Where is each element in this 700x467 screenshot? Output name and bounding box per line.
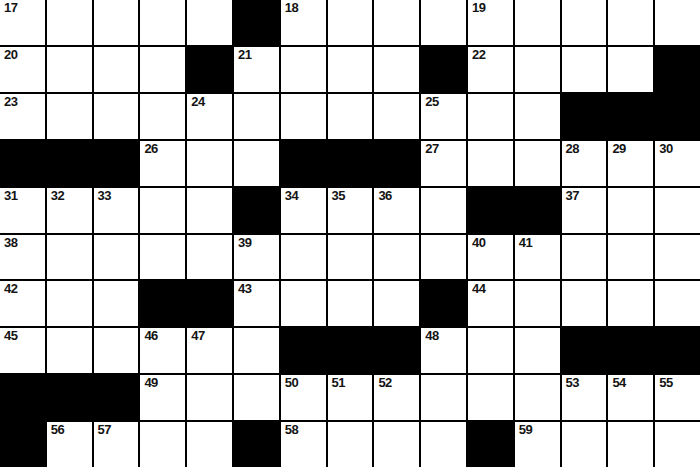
- cell-r8c10[interactable]: [468, 375, 513, 420]
- black-cell-r9c10: [468, 422, 513, 467]
- clue-number-49: 49: [144, 376, 157, 390]
- cell-r1c8[interactable]: [374, 47, 419, 92]
- clue-number-36: 36: [378, 189, 391, 203]
- cell-r9c9[interactable]: [421, 422, 466, 467]
- cell-r1c13[interactable]: [608, 47, 653, 92]
- cell-r4c7[interactable]: 35: [328, 188, 373, 233]
- clue-number-17: 17: [4, 1, 17, 15]
- black-cell-r1c9: [421, 47, 466, 92]
- clue-number-26: 26: [144, 142, 157, 156]
- cell-r2c8[interactable]: [374, 94, 419, 139]
- cell-r7c0[interactable]: 45: [0, 328, 45, 373]
- clue-number-48: 48: [425, 329, 438, 343]
- black-cell-r3c1: [47, 141, 92, 186]
- cell-r9c2[interactable]: 57: [94, 422, 139, 467]
- crossword-grid: 1718192021222324252627282930313233343536…: [0, 0, 700, 467]
- cell-r3c11[interactable]: [515, 141, 560, 186]
- cell-r5c2[interactable]: [94, 235, 139, 280]
- cell-r9c7[interactable]: [328, 422, 373, 467]
- cell-r7c11[interactable]: [515, 328, 560, 373]
- cell-r8c14[interactable]: 55: [655, 375, 700, 420]
- cell-r5c3[interactable]: [140, 235, 185, 280]
- cell-r3c14[interactable]: 30: [655, 141, 700, 186]
- clue-number-58: 58: [285, 423, 298, 437]
- cell-r8c7[interactable]: 51: [328, 375, 373, 420]
- cell-r8c9[interactable]: [421, 375, 466, 420]
- clue-number-44: 44: [472, 282, 485, 296]
- clue-number-37: 37: [566, 189, 579, 203]
- cell-r1c1[interactable]: [47, 47, 92, 92]
- black-cell-r3c2: [94, 141, 139, 186]
- cell-r9c1[interactable]: 56: [47, 422, 92, 467]
- cell-r6c11[interactable]: [515, 281, 560, 326]
- cell-r6c14[interactable]: [655, 281, 700, 326]
- cell-r0c0[interactable]: 17: [0, 0, 45, 45]
- cell-r9c8[interactable]: [374, 422, 419, 467]
- clue-number-31: 31: [4, 189, 17, 203]
- cell-r4c2[interactable]: 33: [94, 188, 139, 233]
- cell-r3c3[interactable]: 26: [140, 141, 185, 186]
- cell-r8c13[interactable]: 54: [608, 375, 653, 420]
- black-cell-r4c10: [468, 188, 513, 233]
- clue-number-29: 29: [612, 142, 625, 156]
- cell-r0c10[interactable]: 19: [468, 0, 513, 45]
- clue-number-40: 40: [472, 236, 485, 250]
- cell-r1c12[interactable]: [562, 47, 607, 92]
- cell-r0c14[interactable]: [655, 0, 700, 45]
- clue-number-20: 20: [4, 48, 17, 62]
- cell-r2c3[interactable]: [140, 94, 185, 139]
- cell-r5c7[interactable]: [328, 235, 373, 280]
- cell-r7c9[interactable]: 48: [421, 328, 466, 373]
- clue-number-55: 55: [659, 376, 672, 390]
- black-cell-r4c11: [515, 188, 560, 233]
- clue-number-53: 53: [566, 376, 579, 390]
- cell-r0c2[interactable]: [94, 0, 139, 45]
- cell-r4c4[interactable]: [187, 188, 232, 233]
- cell-r1c10[interactable]: 22: [468, 47, 513, 92]
- cell-r2c10[interactable]: [468, 94, 513, 139]
- cell-r7c5[interactable]: [234, 328, 279, 373]
- cell-r5c14[interactable]: [655, 235, 700, 280]
- cell-r7c3[interactable]: 46: [140, 328, 185, 373]
- clue-number-19: 19: [472, 1, 485, 15]
- cell-r4c9[interactable]: [421, 188, 466, 233]
- cell-r9c4[interactable]: [187, 422, 232, 467]
- clue-number-30: 30: [659, 142, 672, 156]
- clue-number-38: 38: [4, 236, 17, 250]
- cell-r9c12[interactable]: [562, 422, 607, 467]
- black-cell-r3c0: [0, 141, 45, 186]
- clue-number-28: 28: [566, 142, 579, 156]
- cell-r1c3[interactable]: [140, 47, 185, 92]
- cell-r6c13[interactable]: [608, 281, 653, 326]
- cell-r4c14[interactable]: [655, 188, 700, 233]
- clue-number-54: 54: [612, 376, 625, 390]
- cell-r2c4[interactable]: 24: [187, 94, 232, 139]
- cell-r5c13[interactable]: [608, 235, 653, 280]
- black-cell-r8c2: [94, 375, 139, 420]
- cell-r3c10[interactable]: [468, 141, 513, 186]
- cell-r5c9[interactable]: [421, 235, 466, 280]
- clue-number-52: 52: [378, 376, 391, 390]
- clue-number-57: 57: [98, 423, 111, 437]
- cell-r1c5[interactable]: 21: [234, 47, 279, 92]
- cell-r2c2[interactable]: [94, 94, 139, 139]
- black-cell-r7c12: [562, 328, 607, 373]
- cell-r2c11[interactable]: [515, 94, 560, 139]
- cell-r6c6[interactable]: [281, 281, 326, 326]
- cell-r3c13[interactable]: 29: [608, 141, 653, 186]
- cell-r3c9[interactable]: 27: [421, 141, 466, 186]
- black-cell-r7c8: [374, 328, 419, 373]
- clue-number-34: 34: [285, 189, 298, 203]
- black-cell-r2c13: [608, 94, 653, 139]
- clue-number-59: 59: [519, 423, 532, 437]
- clue-number-39: 39: [238, 236, 251, 250]
- black-cell-r8c1: [47, 375, 92, 420]
- clue-number-41: 41: [519, 236, 532, 250]
- cell-r7c4[interactable]: 47: [187, 328, 232, 373]
- cell-r2c5[interactable]: [234, 94, 279, 139]
- cell-r4c8[interactable]: 36: [374, 188, 419, 233]
- cell-r0c7[interactable]: [328, 0, 373, 45]
- cell-r5c1[interactable]: [47, 235, 92, 280]
- clue-number-50: 50: [285, 376, 298, 390]
- cell-r8c6[interactable]: 50: [281, 375, 326, 420]
- clue-number-23: 23: [4, 95, 17, 109]
- cell-r8c3[interactable]: 49: [140, 375, 185, 420]
- clue-number-35: 35: [332, 189, 345, 203]
- black-cell-r3c7: [328, 141, 373, 186]
- black-cell-r8c0: [0, 375, 45, 420]
- cell-r2c0[interactable]: 23: [0, 94, 45, 139]
- black-cell-r6c4: [187, 281, 232, 326]
- cell-r3c12[interactable]: 28: [562, 141, 607, 186]
- black-cell-r9c0: [0, 422, 45, 467]
- cell-r4c3[interactable]: [140, 188, 185, 233]
- cell-r4c6[interactable]: 34: [281, 188, 326, 233]
- cell-r2c7[interactable]: [328, 94, 373, 139]
- cell-r4c1[interactable]: 32: [47, 188, 92, 233]
- cell-r3c5[interactable]: [234, 141, 279, 186]
- cell-r2c9[interactable]: 25: [421, 94, 466, 139]
- clue-number-21: 21: [238, 48, 251, 62]
- black-cell-r1c14: [655, 47, 700, 92]
- cell-r9c3[interactable]: [140, 422, 185, 467]
- black-cell-r6c3: [140, 281, 185, 326]
- clue-number-25: 25: [425, 95, 438, 109]
- cell-r1c2[interactable]: [94, 47, 139, 92]
- cell-r8c4[interactable]: [187, 375, 232, 420]
- clue-number-56: 56: [51, 423, 64, 437]
- cell-r8c8[interactable]: 52: [374, 375, 419, 420]
- black-cell-r1c4: [187, 47, 232, 92]
- cell-r4c0[interactable]: 31: [0, 188, 45, 233]
- cell-r6c12[interactable]: [562, 281, 607, 326]
- cell-r0c12[interactable]: [562, 0, 607, 45]
- cell-r2c6[interactable]: [281, 94, 326, 139]
- cell-r8c5[interactable]: [234, 375, 279, 420]
- cell-r8c12[interactable]: 53: [562, 375, 607, 420]
- cell-r1c11[interactable]: [515, 47, 560, 92]
- black-cell-r3c6: [281, 141, 326, 186]
- cell-r1c6[interactable]: [281, 47, 326, 92]
- cell-r9c6[interactable]: 58: [281, 422, 326, 467]
- clue-number-51: 51: [332, 376, 345, 390]
- cell-r6c2[interactable]: [94, 281, 139, 326]
- cell-r5c11[interactable]: 41: [515, 235, 560, 280]
- black-cell-r9c5: [234, 422, 279, 467]
- black-cell-r7c13: [608, 328, 653, 373]
- clue-number-43: 43: [238, 282, 251, 296]
- cell-r0c6[interactable]: 18: [281, 0, 326, 45]
- cell-r5c6[interactable]: [281, 235, 326, 280]
- cell-r5c8[interactable]: [374, 235, 419, 280]
- cell-r7c2[interactable]: [94, 328, 139, 373]
- black-cell-r0c5: [234, 0, 279, 45]
- cell-r5c12[interactable]: [562, 235, 607, 280]
- clue-number-32: 32: [51, 189, 64, 203]
- clue-number-45: 45: [4, 329, 17, 343]
- cell-r3c4[interactable]: [187, 141, 232, 186]
- clue-number-33: 33: [98, 189, 111, 203]
- black-cell-r7c7: [328, 328, 373, 373]
- cell-r6c5[interactable]: 43: [234, 281, 279, 326]
- cell-r7c1[interactable]: [47, 328, 92, 373]
- cell-r0c11[interactable]: [515, 0, 560, 45]
- cell-r0c9[interactable]: [421, 0, 466, 45]
- cell-r9c13[interactable]: [608, 422, 653, 467]
- cell-r9c11[interactable]: 59: [515, 422, 560, 467]
- cell-r1c0[interactable]: 20: [0, 47, 45, 92]
- cell-r0c13[interactable]: [608, 0, 653, 45]
- black-cell-r3c8: [374, 141, 419, 186]
- cell-r4c12[interactable]: 37: [562, 188, 607, 233]
- black-cell-r2c14: [655, 94, 700, 139]
- cell-r5c0[interactable]: 38: [0, 235, 45, 280]
- cell-r6c8[interactable]: [374, 281, 419, 326]
- clue-number-18: 18: [285, 1, 298, 15]
- cell-r7c10[interactable]: [468, 328, 513, 373]
- cell-r0c8[interactable]: [374, 0, 419, 45]
- cell-r1c7[interactable]: [328, 47, 373, 92]
- black-cell-r7c14: [655, 328, 700, 373]
- cell-r0c4[interactable]: [187, 0, 232, 45]
- cell-r6c1[interactable]: [47, 281, 92, 326]
- clue-number-46: 46: [144, 329, 157, 343]
- cell-r6c0[interactable]: 42: [0, 281, 45, 326]
- clue-number-47: 47: [191, 329, 204, 343]
- black-cell-r6c9: [421, 281, 466, 326]
- black-cell-r2c12: [562, 94, 607, 139]
- clue-number-24: 24: [191, 95, 204, 109]
- clue-number-42: 42: [4, 282, 17, 296]
- black-cell-r4c5: [234, 188, 279, 233]
- cell-r9c14[interactable]: [655, 422, 700, 467]
- cell-r0c3[interactable]: [140, 0, 185, 45]
- cell-r0c1[interactable]: [47, 0, 92, 45]
- cell-r5c4[interactable]: [187, 235, 232, 280]
- black-cell-r7c6: [281, 328, 326, 373]
- cell-r6c10[interactable]: 44: [468, 281, 513, 326]
- clue-number-22: 22: [472, 48, 485, 62]
- cell-r6c7[interactable]: [328, 281, 373, 326]
- clue-number-27: 27: [425, 142, 438, 156]
- cell-r2c1[interactable]: [47, 94, 92, 139]
- cell-r5c10[interactable]: 40: [468, 235, 513, 280]
- cell-r8c11[interactable]: [515, 375, 560, 420]
- cell-r4c13[interactable]: [608, 188, 653, 233]
- cell-r5c5[interactable]: 39: [234, 235, 279, 280]
